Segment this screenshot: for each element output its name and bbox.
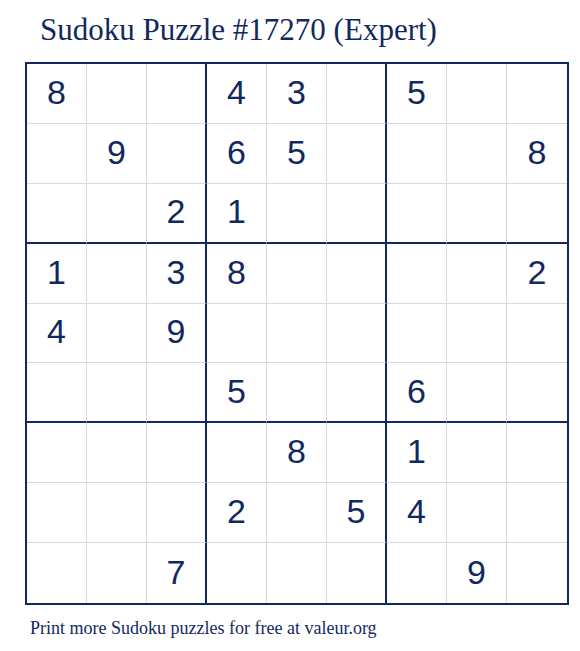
sudoku-board: 8435965821138249568125479 xyxy=(25,62,569,605)
cell-r7c9 xyxy=(507,423,567,483)
cell-r9c3: 7 xyxy=(147,543,207,603)
cell-r1c5: 3 xyxy=(267,64,327,124)
cell-r7c2 xyxy=(87,423,147,483)
cell-r6c5 xyxy=(267,363,327,423)
cell-r7c4 xyxy=(207,423,267,483)
cell-r4c1: 1 xyxy=(27,244,87,304)
cell-r3c3: 2 xyxy=(147,184,207,244)
cell-r3c5 xyxy=(267,184,327,244)
cell-r8c7: 4 xyxy=(387,483,447,543)
cell-r9c9 xyxy=(507,543,567,603)
cell-r7c8 xyxy=(447,423,507,483)
cell-r6c2 xyxy=(87,363,147,423)
cell-r1c6 xyxy=(327,64,387,124)
cell-r5c6 xyxy=(327,304,387,364)
cell-r4c3: 3 xyxy=(147,244,207,304)
cell-r1c9 xyxy=(507,64,567,124)
cell-r4c7 xyxy=(387,244,447,304)
cell-r8c4: 2 xyxy=(207,483,267,543)
cell-r6c7: 6 xyxy=(387,363,447,423)
cell-r3c4: 1 xyxy=(207,184,267,244)
cell-r1c1: 8 xyxy=(27,64,87,124)
cell-r9c1 xyxy=(27,543,87,603)
cell-r2c1 xyxy=(27,124,87,184)
cell-r7c5: 8 xyxy=(267,423,327,483)
cell-r8c3 xyxy=(147,483,207,543)
cell-r4c6 xyxy=(327,244,387,304)
cell-r5c5 xyxy=(267,304,327,364)
cell-r2c4: 6 xyxy=(207,124,267,184)
cell-r5c8 xyxy=(447,304,507,364)
cell-r2c9: 8 xyxy=(507,124,567,184)
cell-r6c4: 5 xyxy=(207,363,267,423)
cell-r5c3: 9 xyxy=(147,304,207,364)
cell-r9c2 xyxy=(87,543,147,603)
cell-r2c5: 5 xyxy=(267,124,327,184)
cell-r9c4 xyxy=(207,543,267,603)
cell-r1c2 xyxy=(87,64,147,124)
cell-r5c9 xyxy=(507,304,567,364)
cell-r5c7 xyxy=(387,304,447,364)
cell-r2c7 xyxy=(387,124,447,184)
cell-r2c6 xyxy=(327,124,387,184)
cell-r2c3 xyxy=(147,124,207,184)
cell-r7c7: 1 xyxy=(387,423,447,483)
footer-text: Print more Sudoku puzzles for free at va… xyxy=(30,618,377,639)
cell-r8c5 xyxy=(267,483,327,543)
cell-r5c1: 4 xyxy=(27,304,87,364)
cell-r3c2 xyxy=(87,184,147,244)
cell-r1c7: 5 xyxy=(387,64,447,124)
cell-r2c8 xyxy=(447,124,507,184)
cell-r8c2 xyxy=(87,483,147,543)
cell-r9c6 xyxy=(327,543,387,603)
cell-r1c3 xyxy=(147,64,207,124)
cell-r3c7 xyxy=(387,184,447,244)
cell-r4c8 xyxy=(447,244,507,304)
cell-r8c8 xyxy=(447,483,507,543)
cell-r4c5 xyxy=(267,244,327,304)
cell-r8c6: 5 xyxy=(327,483,387,543)
sudoku-print-page: Sudoku Puzzle #17270 (Expert) 8435965821… xyxy=(0,0,580,651)
cell-r7c1 xyxy=(27,423,87,483)
cell-r4c2 xyxy=(87,244,147,304)
cell-r4c4: 8 xyxy=(207,244,267,304)
cell-r3c9 xyxy=(507,184,567,244)
cell-r6c8 xyxy=(447,363,507,423)
cell-r1c4: 4 xyxy=(207,64,267,124)
cell-r6c9 xyxy=(507,363,567,423)
cell-r6c1 xyxy=(27,363,87,423)
cell-r9c7 xyxy=(387,543,447,603)
cell-r8c9 xyxy=(507,483,567,543)
cell-r9c5 xyxy=(267,543,327,603)
cell-r5c2 xyxy=(87,304,147,364)
cell-r3c1 xyxy=(27,184,87,244)
cell-r2c2: 9 xyxy=(87,124,147,184)
cell-r5c4 xyxy=(207,304,267,364)
cell-r9c8: 9 xyxy=(447,543,507,603)
cell-r6c6 xyxy=(327,363,387,423)
cell-r8c1 xyxy=(27,483,87,543)
cell-r4c9: 2 xyxy=(507,244,567,304)
cell-r1c8 xyxy=(447,64,507,124)
cell-r7c3 xyxy=(147,423,207,483)
cell-r3c6 xyxy=(327,184,387,244)
cell-r6c3 xyxy=(147,363,207,423)
cell-r3c8 xyxy=(447,184,507,244)
page-title: Sudoku Puzzle #17270 (Expert) xyxy=(40,12,437,48)
cell-r7c6 xyxy=(327,423,387,483)
